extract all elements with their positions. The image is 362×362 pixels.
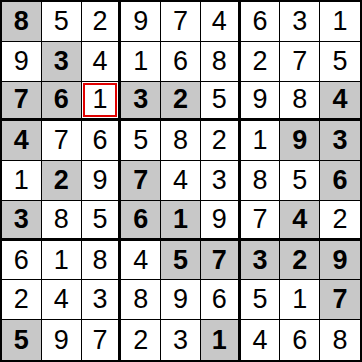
- cell-r1c6[interactable]: 4: [201, 2, 241, 42]
- cell-r6c8[interactable]: 4: [280, 201, 320, 241]
- cell-r3c4[interactable]: 3: [121, 82, 161, 122]
- cell-r6c3[interactable]: 5: [82, 201, 122, 241]
- cell-r7c9[interactable]: 9: [320, 241, 360, 281]
- cell-r7c3[interactable]: 8: [82, 241, 122, 281]
- cell-r7c8[interactable]: 2: [280, 241, 320, 281]
- cell-r1c3[interactable]: 2: [82, 2, 122, 42]
- cell-r8c3[interactable]: 3: [82, 280, 122, 320]
- cell-r1c2[interactable]: 5: [42, 2, 82, 42]
- cell-r1c7[interactable]: 6: [241, 2, 281, 42]
- cell-r1c1[interactable]: 8: [2, 2, 42, 42]
- cell-r9c8[interactable]: 6: [280, 320, 320, 360]
- cell-r8c4[interactable]: 8: [121, 280, 161, 320]
- cell-r7c1[interactable]: 6: [2, 241, 42, 281]
- cell-r3c8[interactable]: 8: [280, 82, 320, 122]
- cell-r8c5[interactable]: 9: [161, 280, 201, 320]
- cell-r2c3[interactable]: 4: [82, 42, 122, 82]
- cell-r6c5[interactable]: 1: [161, 201, 201, 241]
- cell-r8c6[interactable]: 6: [201, 280, 241, 320]
- cell-r1c8[interactable]: 3: [280, 2, 320, 42]
- cell-r2c1[interactable]: 9: [2, 42, 42, 82]
- cell-r5c2[interactable]: 2: [42, 161, 82, 201]
- cell-r5c6[interactable]: 3: [201, 161, 241, 201]
- cell-r2c7[interactable]: 2: [241, 42, 281, 82]
- cell-r9c5[interactable]: 3: [161, 320, 201, 360]
- cell-r2c6[interactable]: 8: [201, 42, 241, 82]
- cell-r9c7[interactable]: 4: [241, 320, 281, 360]
- cell-r2c2[interactable]: 3: [42, 42, 82, 82]
- cell-r5c4[interactable]: 7: [121, 161, 161, 201]
- cell-r3c3[interactable]: 1: [82, 82, 122, 122]
- cell-r1c4[interactable]: 9: [121, 2, 161, 42]
- cell-r8c2[interactable]: 4: [42, 280, 82, 320]
- cell-r5c3[interactable]: 9: [82, 161, 122, 201]
- cell-r2c8[interactable]: 7: [280, 42, 320, 82]
- cell-r2c9[interactable]: 5: [320, 42, 360, 82]
- cell-r8c8[interactable]: 1: [280, 280, 320, 320]
- cell-r3c2[interactable]: 6: [42, 82, 82, 122]
- cell-r1c5[interactable]: 7: [161, 2, 201, 42]
- cell-r4c6[interactable]: 2: [201, 121, 241, 161]
- cell-r4c1[interactable]: 4: [2, 121, 42, 161]
- cell-r7c4[interactable]: 4: [121, 241, 161, 281]
- cell-r3c7[interactable]: 9: [241, 82, 281, 122]
- cell-r8c1[interactable]: 2: [2, 280, 42, 320]
- cell-r4c7[interactable]: 1: [241, 121, 281, 161]
- cell-r6c1[interactable]: 3: [2, 201, 42, 241]
- cell-r2c4[interactable]: 1: [121, 42, 161, 82]
- cell-r5c1[interactable]: 1: [2, 161, 42, 201]
- cell-r7c7[interactable]: 3: [241, 241, 281, 281]
- cell-r5c5[interactable]: 4: [161, 161, 201, 201]
- cell-r2c5[interactable]: 6: [161, 42, 201, 82]
- cell-r9c1[interactable]: 5: [2, 320, 42, 360]
- cell-r3c6[interactable]: 5: [201, 82, 241, 122]
- cell-r9c2[interactable]: 9: [42, 320, 82, 360]
- cell-r9c3[interactable]: 7: [82, 320, 122, 360]
- cell-r7c5[interactable]: 5: [161, 241, 201, 281]
- cell-r6c4[interactable]: 6: [121, 201, 161, 241]
- cell-r7c2[interactable]: 1: [42, 241, 82, 281]
- cell-r5c9[interactable]: 6: [320, 161, 360, 201]
- cell-r4c8[interactable]: 9: [280, 121, 320, 161]
- cell-r4c2[interactable]: 7: [42, 121, 82, 161]
- cell-r6c6[interactable]: 9: [201, 201, 241, 241]
- cell-r5c7[interactable]: 8: [241, 161, 281, 201]
- cell-r6c9[interactable]: 2: [320, 201, 360, 241]
- cell-r4c5[interactable]: 8: [161, 121, 201, 161]
- cell-r6c2[interactable]: 8: [42, 201, 82, 241]
- cell-r4c4[interactable]: 5: [121, 121, 161, 161]
- cell-r9c9[interactable]: 8: [320, 320, 360, 360]
- cell-r8c9[interactable]: 7: [320, 280, 360, 320]
- cell-r5c8[interactable]: 5: [280, 161, 320, 201]
- cell-r3c5[interactable]: 2: [161, 82, 201, 122]
- cell-r3c1[interactable]: 7: [2, 82, 42, 122]
- cell-r4c3[interactable]: 6: [82, 121, 122, 161]
- cell-r1c9[interactable]: 1: [320, 2, 360, 42]
- cell-r3c9[interactable]: 4: [320, 82, 360, 122]
- cell-r9c4[interactable]: 2: [121, 320, 161, 360]
- cell-r4c9[interactable]: 3: [320, 121, 360, 161]
- cell-r7c6[interactable]: 7: [201, 241, 241, 281]
- sudoku-board: 8529746319341682757613259844765821931297…: [0, 0, 362, 362]
- cell-r9c6[interactable]: 1: [201, 320, 241, 360]
- cell-r8c7[interactable]: 5: [241, 280, 281, 320]
- cell-r6c7[interactable]: 7: [241, 201, 281, 241]
